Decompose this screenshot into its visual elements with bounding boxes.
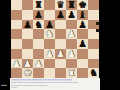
square-h4[interactable] [88, 39, 99, 49]
white-knight-d5[interactable]: ♞ [44, 29, 55, 39]
black-rook-c8[interactable]: ♜ [33, 0, 44, 10]
square-b2[interactable]: ♟ [22, 59, 33, 69]
square-a4[interactable] [11, 39, 22, 49]
square-h3[interactable] [88, 49, 99, 59]
white-pawn-f5[interactable]: ♟ [66, 29, 77, 39]
white-pawn-b2[interactable]: ♟ [22, 59, 33, 69]
square-d7[interactable] [44, 10, 55, 20]
square-b6[interactable]: ♟ [22, 20, 33, 30]
square-d1[interactable] [44, 68, 55, 78]
white-pawn-d3[interactable]: ♟ [44, 49, 55, 59]
square-e8[interactable]: ♛ [55, 0, 66, 10]
square-c5[interactable] [33, 29, 44, 39]
square-d6[interactable]: ♟ [44, 20, 55, 30]
square-c7[interactable]: ♟ [33, 10, 44, 20]
square-e4[interactable] [55, 39, 66, 49]
black-rook-f8[interactable]: ♜ [66, 0, 77, 10]
square-g2[interactable] [77, 59, 88, 69]
square-d3[interactable]: ♟ [44, 49, 55, 59]
square-e5[interactable] [55, 29, 66, 39]
white-king-b1[interactable]: ♚ [22, 68, 33, 78]
square-f8[interactable]: ♜ [66, 0, 77, 10]
square-b4[interactable] [22, 39, 33, 49]
square-g4[interactable]: ♟ [77, 39, 88, 49]
pillarbox-bar-left [0, 0, 11, 90]
pillarbox-bar-right [99, 0, 120, 90]
square-f1[interactable]: ♜ [66, 68, 77, 78]
square-a2[interactable]: ♟ [11, 59, 22, 69]
square-c8[interactable]: ♜ [33, 0, 44, 10]
black-pawn-e7[interactable]: ♟ [55, 10, 66, 20]
square-d4[interactable] [44, 39, 55, 49]
square-b5[interactable] [22, 29, 33, 39]
square-c4[interactable] [33, 39, 44, 49]
square-a1[interactable] [11, 68, 22, 78]
square-a3[interactable] [11, 49, 22, 59]
square-f5[interactable]: ♟ [66, 29, 77, 39]
board-edge-artifact [96, 29, 99, 32]
square-h7[interactable] [88, 10, 99, 20]
chess-board[interactable]: ♜♛♜♚♟♟♟♝♟♞♟♟♞♟♟♟♟♟♟♟♟♚♜♞ [11, 0, 99, 78]
white-pawn-f3[interactable]: ♟ [66, 49, 77, 59]
square-g7[interactable]: ♝ [77, 10, 88, 20]
square-a6[interactable] [11, 20, 22, 30]
square-g6[interactable]: ♟ [77, 20, 88, 30]
black-pawn-g6[interactable]: ♟ [77, 20, 88, 30]
square-h8[interactable] [88, 0, 99, 10]
corner-overlay-marks: ▪▪▪▪ [1, 84, 7, 87]
white-pawn-c2[interactable]: ♟ [33, 59, 44, 69]
square-f3[interactable]: ♟ [66, 49, 77, 59]
square-e6[interactable] [55, 20, 66, 30]
black-knight-c6[interactable]: ♞ [33, 20, 44, 30]
square-f7[interactable]: ♟ [66, 10, 77, 20]
square-f6[interactable] [66, 20, 77, 30]
caption-strip: •••••• •••• ••••• •••••••• •••• •• •••••… [10, 78, 100, 90]
square-c1[interactable] [33, 68, 44, 78]
square-a8[interactable] [11, 0, 22, 10]
board-edge-artifact [96, 22, 99, 25]
square-e3[interactable]: ♟ [55, 49, 66, 59]
square-c2[interactable]: ♟ [33, 59, 44, 69]
square-e2[interactable] [55, 59, 66, 69]
square-h2[interactable] [88, 59, 99, 69]
square-b3[interactable] [22, 49, 33, 59]
square-g3[interactable] [77, 49, 88, 59]
square-b8[interactable] [22, 0, 33, 10]
black-queen-e8[interactable]: ♛ [55, 0, 66, 10]
white-pawn-e3[interactable]: ♟ [55, 49, 66, 59]
square-g1[interactable] [77, 68, 88, 78]
black-pawn-d6[interactable]: ♟ [44, 20, 55, 30]
square-d5[interactable]: ♞ [44, 29, 55, 39]
square-d8[interactable] [44, 0, 55, 10]
square-e7[interactable]: ♟ [55, 10, 66, 20]
square-g8[interactable]: ♚ [77, 0, 88, 10]
black-pawn-c7[interactable]: ♟ [33, 10, 44, 20]
square-g5[interactable] [77, 29, 88, 39]
black-pawn-b6[interactable]: ♟ [22, 20, 33, 30]
square-c3[interactable] [33, 49, 44, 59]
square-h1[interactable]: ♞ [88, 68, 99, 78]
black-bishop-g7[interactable]: ♝ [77, 10, 88, 20]
black-pawn-g4[interactable]: ♟ [77, 39, 88, 49]
black-pawn-f7[interactable]: ♟ [66, 10, 77, 20]
caption-line: •• ••• [11, 87, 100, 90]
square-a5[interactable] [11, 29, 22, 39]
white-rook-f1[interactable]: ♜ [66, 68, 77, 78]
square-e1[interactable] [55, 68, 66, 78]
video-frame: ♜♛♜♚♟♟♟♝♟♞♟♟♞♟♟♟♟♟♟♟♟♚♜♞ •••••• •••• •••… [0, 0, 120, 90]
square-a7[interactable] [11, 10, 22, 20]
square-f4[interactable] [66, 39, 77, 49]
black-king-g8[interactable]: ♚ [77, 0, 88, 10]
square-c6[interactable]: ♞ [33, 20, 44, 30]
square-b1[interactable]: ♚ [22, 68, 33, 78]
white-pawn-a2[interactable]: ♟ [11, 59, 22, 69]
square-f2[interactable] [66, 59, 77, 69]
square-d2[interactable] [44, 59, 55, 69]
black-knight-h1[interactable]: ♞ [88, 68, 99, 78]
square-b7[interactable] [22, 10, 33, 20]
